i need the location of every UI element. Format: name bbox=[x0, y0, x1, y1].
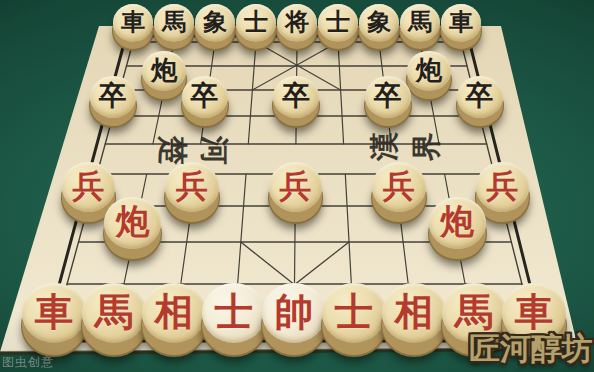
piece-black-elephant[interactable]: 象 bbox=[195, 4, 235, 41]
piece-glyph: 卒 bbox=[191, 82, 219, 110]
piece-red-general[interactable]: 帥 bbox=[262, 283, 326, 343]
watermark-bottom-left: 图虫创意 bbox=[2, 354, 54, 371]
piece-black-soldier[interactable]: 卒 bbox=[365, 76, 411, 119]
piece-red-elephant[interactable]: 相 bbox=[142, 283, 206, 343]
piece-glyph: 兵 bbox=[176, 170, 208, 202]
piece-glyph: 象 bbox=[203, 10, 227, 34]
piece-glyph: 炮 bbox=[151, 57, 177, 83]
piece-black-cannon[interactable]: 炮 bbox=[142, 51, 186, 92]
piece-glyph: 兵 bbox=[486, 170, 518, 202]
piece-black-soldier[interactable]: 卒 bbox=[273, 76, 319, 119]
piece-black-soldier[interactable]: 卒 bbox=[90, 76, 136, 119]
piece-glyph: 兵 bbox=[279, 170, 311, 202]
pieces-layer: 車馬象士将士象馬車炮炮卒卒卒卒卒兵兵兵兵兵炮炮車馬相士帥士相馬車 bbox=[0, 0, 594, 372]
piece-glyph: 士 bbox=[326, 10, 350, 34]
xiangqi-photo-scene: 車馬象士将士象馬車炮炮卒卒卒卒卒兵兵兵兵兵炮炮車馬相士帥士相馬車 楚河 漢界 图… bbox=[0, 0, 594, 372]
piece-glyph: 炮 bbox=[116, 205, 150, 239]
piece-black-general[interactable]: 将 bbox=[277, 4, 317, 41]
river-character: 界 bbox=[412, 132, 441, 161]
watermark-bottom-right: 匠河醇坊 bbox=[469, 328, 593, 370]
piece-glyph: 象 bbox=[367, 10, 391, 34]
piece-glyph: 車 bbox=[35, 293, 73, 331]
river-character: 漢 bbox=[370, 132, 399, 161]
piece-black-horse[interactable]: 馬 bbox=[400, 4, 440, 41]
piece-red-cannon[interactable]: 炮 bbox=[429, 197, 486, 250]
piece-black-chariot[interactable]: 車 bbox=[441, 4, 481, 41]
piece-glyph: 馬 bbox=[162, 10, 186, 34]
piece-glyph: 炮 bbox=[440, 205, 474, 239]
piece-glyph: 卒 bbox=[374, 82, 402, 110]
piece-red-horse[interactable]: 馬 bbox=[82, 283, 146, 343]
piece-glyph: 卒 bbox=[466, 82, 494, 110]
piece-red-elephant[interactable]: 相 bbox=[382, 283, 446, 343]
river-label-right: 漢界 bbox=[366, 126, 444, 166]
piece-black-elephant[interactable]: 象 bbox=[359, 4, 399, 41]
piece-glyph: 車 bbox=[121, 10, 145, 34]
piece-glyph: 士 bbox=[215, 293, 253, 331]
piece-red-soldier[interactable]: 兵 bbox=[62, 162, 116, 212]
piece-glyph: 車 bbox=[515, 293, 553, 331]
piece-black-soldier[interactable]: 卒 bbox=[457, 76, 503, 119]
piece-glyph: 兵 bbox=[383, 170, 415, 202]
piece-glyph: 車 bbox=[449, 10, 473, 34]
piece-glyph: 士 bbox=[335, 293, 373, 331]
piece-black-advisor[interactable]: 士 bbox=[318, 4, 358, 41]
piece-glyph: 将 bbox=[285, 10, 309, 34]
piece-glyph: 相 bbox=[155, 293, 193, 331]
piece-black-cannon[interactable]: 炮 bbox=[407, 51, 451, 92]
piece-red-soldier[interactable]: 兵 bbox=[372, 162, 426, 212]
river-label-left: 楚河 bbox=[154, 130, 232, 170]
river-character: 楚 bbox=[158, 136, 187, 165]
piece-red-advisor[interactable]: 士 bbox=[202, 283, 266, 343]
piece-glyph: 馬 bbox=[455, 293, 493, 331]
piece-glyph: 兵 bbox=[72, 170, 104, 202]
river-character: 河 bbox=[200, 136, 229, 165]
piece-black-advisor[interactable]: 士 bbox=[236, 4, 276, 41]
piece-glyph: 士 bbox=[244, 10, 268, 34]
piece-black-horse[interactable]: 馬 bbox=[154, 4, 194, 41]
piece-red-advisor[interactable]: 士 bbox=[322, 283, 386, 343]
piece-glyph: 卒 bbox=[282, 82, 310, 110]
piece-glyph: 馬 bbox=[408, 10, 432, 34]
piece-black-chariot[interactable]: 車 bbox=[113, 4, 153, 41]
piece-glyph: 相 bbox=[395, 293, 433, 331]
piece-red-cannon[interactable]: 炮 bbox=[104, 197, 161, 250]
piece-glyph: 馬 bbox=[95, 293, 133, 331]
piece-black-soldier[interactable]: 卒 bbox=[182, 76, 228, 119]
piece-glyph: 炮 bbox=[416, 57, 442, 83]
piece-red-soldier[interactable]: 兵 bbox=[476, 162, 530, 212]
piece-red-chariot[interactable]: 車 bbox=[22, 283, 86, 343]
piece-glyph: 卒 bbox=[99, 82, 127, 110]
piece-glyph: 帥 bbox=[275, 293, 313, 331]
piece-red-soldier[interactable]: 兵 bbox=[269, 162, 323, 212]
